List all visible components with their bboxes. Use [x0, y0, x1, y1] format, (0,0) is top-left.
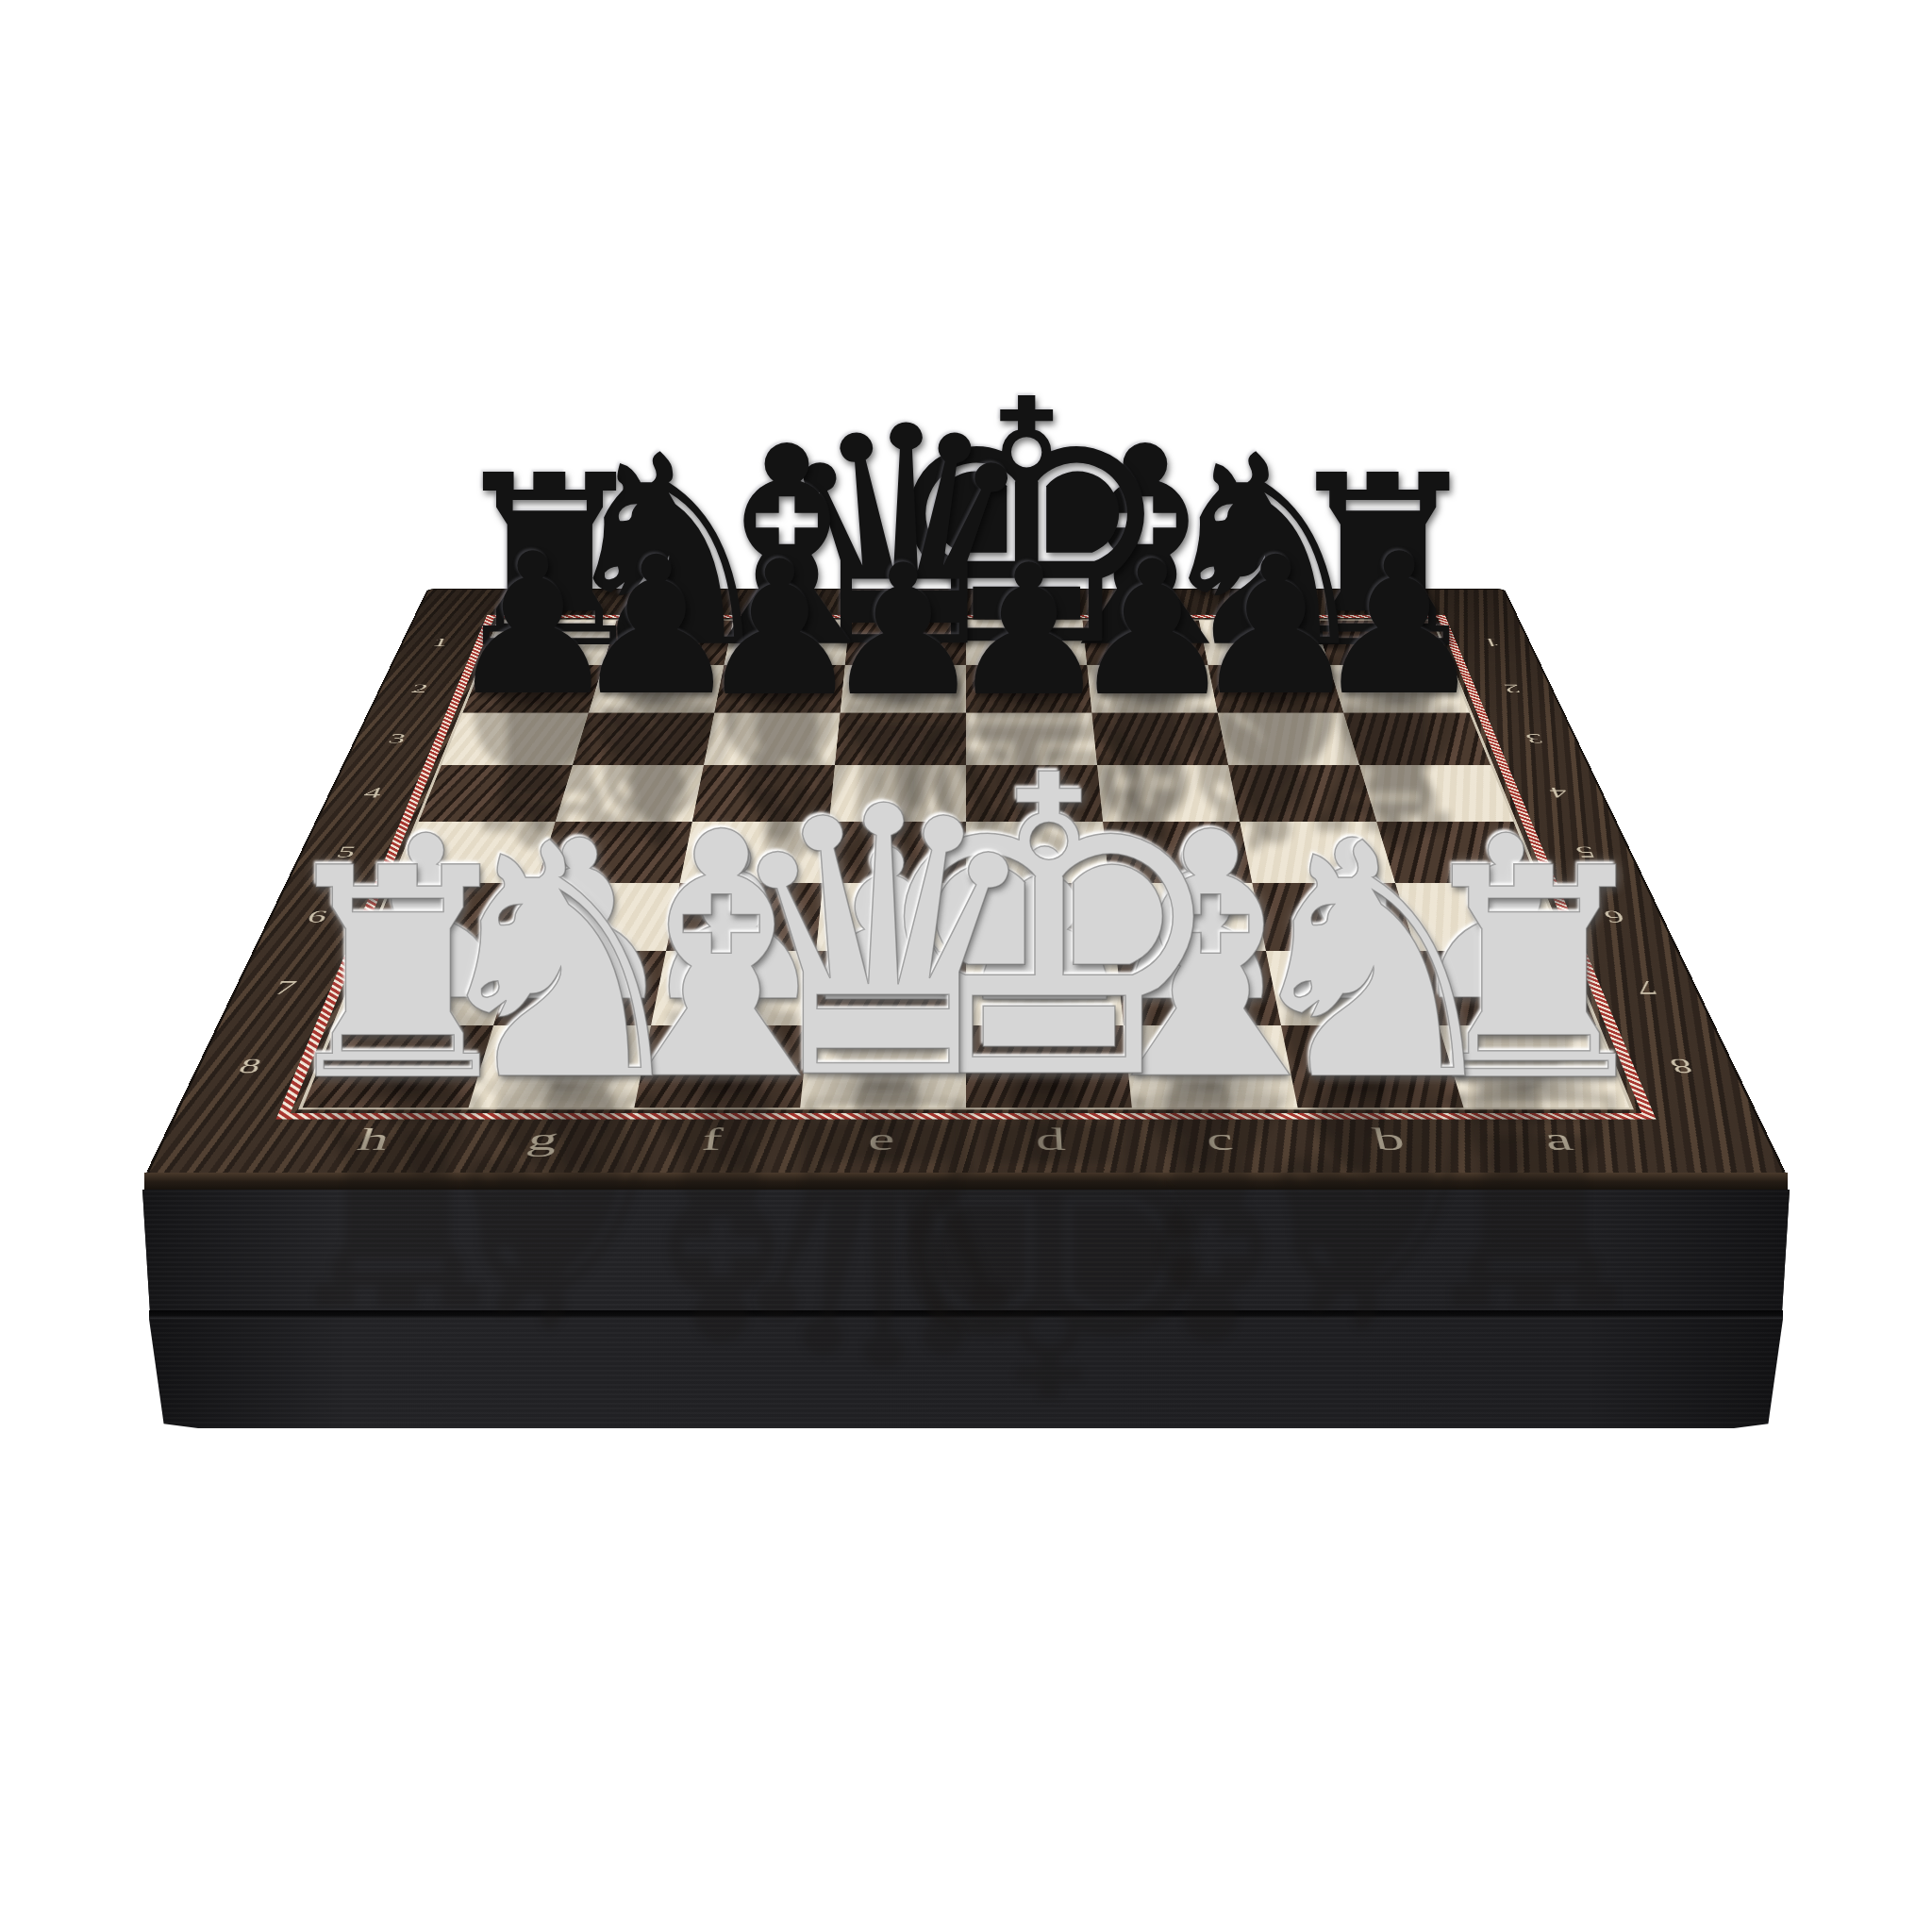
square-a2 — [1329, 665, 1470, 713]
square-d2 — [966, 665, 1091, 713]
storage-box-base-front — [149, 1319, 1783, 1428]
rank-label-right-3: 3 — [1524, 731, 1546, 746]
square-c1 — [1082, 621, 1207, 665]
square-g4 — [556, 765, 704, 822]
square-g3 — [573, 713, 714, 765]
square-b8 — [1281, 1025, 1464, 1108]
file-label-c: c — [1204, 1121, 1236, 1158]
square-d8 — [966, 1025, 1132, 1108]
file-label-d: d — [1035, 1121, 1066, 1158]
chess-board: 11h22g33f44e55d66c77b88a — [148, 590, 1784, 1174]
square-d3 — [966, 713, 1097, 765]
square-f3 — [704, 713, 841, 765]
square-c3 — [1091, 713, 1228, 765]
square-f8 — [634, 1025, 808, 1108]
square-h2 — [462, 665, 603, 713]
rank-label-left-6: 6 — [304, 907, 331, 926]
square-h8 — [303, 1025, 493, 1108]
square-f5 — [680, 822, 829, 883]
square-f1 — [724, 621, 850, 665]
square-g2 — [589, 665, 724, 713]
rank-label-right-2: 2 — [1502, 681, 1524, 695]
board-front-rim — [144, 1173, 1788, 1190]
square-a8 — [1439, 1025, 1629, 1108]
square-c5 — [1103, 822, 1252, 883]
square-e4 — [829, 765, 966, 822]
storage-box-lid-front — [142, 1190, 1790, 1310]
board-scene: 11h22g33f44e55d66c77b88a — [148, 594, 1784, 1174]
square-c2 — [1087, 665, 1218, 713]
rank-label-left-7: 7 — [271, 976, 300, 998]
square-g1 — [603, 621, 733, 665]
square-c6 — [1109, 883, 1266, 951]
rank-label-left-3: 3 — [386, 731, 408, 746]
square-g5 — [537, 822, 692, 883]
rank-label-right-6: 6 — [1601, 907, 1628, 926]
square-e5 — [823, 822, 966, 883]
rank-label-right-5: 5 — [1573, 842, 1598, 860]
square-b7 — [1266, 951, 1439, 1025]
square-h3 — [441, 713, 589, 765]
square-f4 — [692, 765, 835, 822]
square-g6 — [516, 883, 680, 951]
square-e7 — [808, 951, 966, 1025]
square-e1 — [845, 621, 966, 665]
file-label-a: a — [1539, 1121, 1578, 1158]
square-b1 — [1199, 621, 1329, 665]
square-b4 — [1228, 765, 1376, 822]
square-b6 — [1252, 883, 1416, 951]
square-a7 — [1416, 951, 1596, 1025]
rank-label-left-1: 1 — [430, 636, 451, 649]
square-e2 — [841, 665, 966, 713]
square-h4 — [419, 765, 573, 822]
square-a5 — [1376, 822, 1539, 883]
square-d7 — [966, 951, 1124, 1025]
file-label-g: g — [524, 1121, 562, 1158]
square-d4 — [966, 765, 1103, 822]
square-a3 — [1343, 713, 1491, 765]
square-e3 — [835, 713, 966, 765]
square-d6 — [966, 883, 1116, 951]
square-h6 — [366, 883, 537, 951]
square-g8 — [468, 1025, 651, 1108]
storage-box-seam — [149, 1310, 1783, 1319]
rank-label-right-4: 4 — [1547, 784, 1572, 800]
square-b2 — [1207, 665, 1343, 713]
rank-label-left-4: 4 — [361, 784, 386, 800]
file-label-h: h — [353, 1121, 395, 1158]
square-g7 — [493, 951, 666, 1025]
square-d1 — [966, 621, 1087, 665]
board-squares-grid — [303, 621, 1630, 1108]
square-a6 — [1395, 883, 1566, 951]
rank-label-left-8: 8 — [235, 1054, 266, 1077]
file-label-e: e — [867, 1121, 895, 1158]
file-label-b: b — [1370, 1121, 1408, 1158]
square-a4 — [1359, 765, 1513, 822]
square-a1 — [1315, 621, 1450, 665]
square-e8 — [800, 1025, 966, 1108]
rank-label-left-2: 2 — [408, 681, 430, 695]
square-c4 — [1097, 765, 1240, 822]
rank-label-right-8: 8 — [1666, 1054, 1697, 1077]
square-f6 — [666, 883, 823, 951]
square-d5 — [966, 822, 1109, 883]
square-h1 — [482, 621, 617, 665]
square-c8 — [1124, 1025, 1298, 1108]
square-b5 — [1240, 822, 1395, 883]
square-c7 — [1116, 951, 1281, 1025]
rank-label-right-7: 7 — [1632, 976, 1661, 998]
square-f2 — [714, 665, 845, 713]
file-label-f: f — [700, 1121, 725, 1158]
rank-label-right-1: 1 — [1481, 636, 1502, 649]
square-b3 — [1218, 713, 1359, 765]
square-f7 — [651, 951, 816, 1025]
rank-label-left-5: 5 — [334, 842, 359, 860]
square-h7 — [336, 951, 516, 1025]
square-h5 — [393, 822, 556, 883]
square-e6 — [816, 883, 966, 951]
